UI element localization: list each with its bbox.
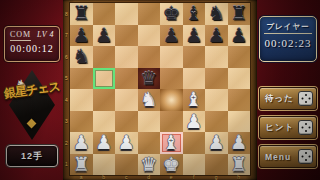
piece-white-rook[interactable]: ♜ [230,154,247,175]
square-e7[interactable]: ♟ [160,25,183,47]
piece-white-pawn[interactable]: ♟ [230,132,247,153]
piece-white-pawn[interactable]: ♟ [208,132,225,153]
square-b2[interactable]: ♟ [93,132,116,154]
square-a7[interactable]: ♟ [70,25,93,47]
square-c3[interactable] [115,111,138,133]
chess-game-screen: COM LV 4 00:00:12 ♞ 銀星チェス 12手 87654321 ♜… [0,0,320,180]
square-c1[interactable] [115,154,138,176]
piece-black-rook[interactable]: ♜ [230,3,247,24]
move-count-box: 12手 [6,145,58,167]
square-b6[interactable] [93,46,116,68]
controller-dots-icon [298,120,313,135]
square-f1[interactable] [183,154,206,176]
piece-black-king[interactable]: ♚ [163,3,180,24]
player-panel: プレイヤー 00:02:23 待ったヒントMenu [257,0,320,180]
controller-dots-icon [298,149,313,164]
piece-black-pawn[interactable]: ♟ [230,25,247,46]
piece-white-pawn[interactable]: ♟ [185,111,202,132]
square-d4[interactable]: ♞ [138,89,161,111]
piece-black-bishop[interactable]: ♝ [185,3,202,24]
square-g8[interactable]: ♞ [205,3,228,25]
square-b7[interactable]: ♟ [93,25,116,47]
square-e5[interactable] [160,68,183,90]
square-c2[interactable]: ♟ [115,132,138,154]
square-e3[interactable] [160,111,183,133]
square-b1[interactable] [93,154,116,176]
square-h5[interactable] [228,68,251,90]
square-f6[interactable] [183,46,206,68]
piece-white-pawn[interactable]: ♟ [95,132,112,153]
square-e8[interactable]: ♚ [160,3,183,25]
square-h7[interactable]: ♟ [228,25,251,47]
square-c4[interactable] [115,89,138,111]
square-b8[interactable] [93,3,116,25]
player-label: プレイヤー [264,22,311,34]
square-g7[interactable]: ♟ [205,25,228,47]
piece-black-pawn[interactable]: ♟ [185,25,202,46]
square-g4[interactable] [205,89,228,111]
square-f4[interactable]: ♝ [183,89,206,111]
square-a1[interactable]: ♜ [70,154,93,176]
file-labels: abcdefgh [70,175,250,180]
square-d8[interactable] [138,3,161,25]
square-g1[interactable] [205,154,228,176]
com-timer: 00:00:12 [5,43,59,54]
file-label-h: h [228,175,251,180]
square-a6[interactable]: ♞ [70,46,93,68]
piece-white-rook[interactable]: ♜ [73,154,90,175]
square-d2[interactable] [138,132,161,154]
file-label-a: a [70,175,93,180]
square-e1[interactable]: ♚ [160,154,183,176]
square-d1[interactable]: ♛ [138,154,161,176]
square-a2[interactable]: ♟ [70,132,93,154]
file-label-e: e [160,175,183,180]
file-label-f: f [183,175,206,180]
file-label-g: g [205,175,228,180]
square-h3[interactable] [228,111,251,133]
square-h4[interactable] [228,89,251,111]
square-e6[interactable] [160,46,183,68]
piece-white-pawn[interactable]: ♟ [73,132,90,153]
rank-label-7: 7 [63,25,70,47]
square-c7[interactable] [115,25,138,47]
square-b3[interactable] [93,111,116,133]
square-c5[interactable] [115,68,138,90]
square-h6[interactable] [228,46,251,68]
square-g3[interactable] [205,111,228,133]
piece-black-knight[interactable]: ♞ [208,3,225,24]
square-d5[interactable]: ♛ [138,68,161,90]
square-f5[interactable] [183,68,206,90]
square-d7[interactable] [138,25,161,47]
square-f3[interactable]: ♟ [183,111,206,133]
square-h2[interactable]: ♟ [228,132,251,154]
piece-black-queen[interactable]: ♛ [140,68,157,89]
piece-white-bishop[interactable]: ♝ [163,132,180,153]
player-timer: 00:02:23 [260,37,316,49]
square-f7[interactable]: ♟ [183,25,206,47]
com-header: COM LV 4 [5,27,59,41]
hint-button-label: ヒント [265,122,294,134]
rank-label-1: 1 [63,154,70,176]
com-panel: COM LV 4 00:00:12 ♞ 銀星チェス 12手 [0,0,63,180]
piece-black-pawn[interactable]: ♟ [163,25,180,46]
action-buttons: 待ったヒントMenu [259,87,317,174]
piece-black-knight[interactable]: ♞ [73,46,90,67]
square-b4[interactable] [93,89,116,111]
square-g2[interactable]: ♟ [205,132,228,154]
square-f2[interactable] [183,132,206,154]
square-e4[interactable] [160,89,183,111]
file-label-c: c [115,175,138,180]
square-g5[interactable] [205,68,228,90]
move-count-label: 12手 [21,150,43,163]
com-level-label: LV 4 [37,30,54,39]
rank-label-2: 2 [63,132,70,154]
square-a5[interactable] [70,68,93,90]
piece-black-pawn[interactable]: ♟ [95,25,112,46]
piece-white-pawn[interactable]: ♟ [118,132,135,153]
piece-white-king[interactable]: ♚ [163,154,180,175]
square-a8[interactable]: ♜ [70,3,93,25]
square-a4[interactable] [70,89,93,111]
square-d6[interactable] [138,46,161,68]
player-info-box: プレイヤー 00:02:23 [259,16,317,62]
file-label-d: d [138,175,161,180]
com-info-box: COM LV 4 00:00:12 [4,26,60,62]
menu-button-label: Menu [265,152,291,162]
piece-black-pawn[interactable]: ♟ [73,25,90,46]
square-h1[interactable]: ♜ [228,154,251,176]
rank-label-3: 3 [63,111,70,133]
square-e2[interactable]: ♝ [160,132,183,154]
square-c8[interactable] [115,3,138,25]
piece-black-pawn[interactable]: ♟ [208,25,225,46]
square-g6[interactable] [205,46,228,68]
board-grid: ♜♚♝♞♜♟♟♟♟♟♟♞♛♞♝♟♟♟♟♝♟♟♜♛♚♜ [70,3,250,175]
piece-white-queen[interactable]: ♛ [140,154,157,175]
square-d3[interactable] [138,111,161,133]
square-h8[interactable]: ♜ [228,3,251,25]
square-f8[interactable]: ♝ [183,3,206,25]
undo-button[interactable]: 待った [259,87,317,110]
game-logo: ♞ 銀星チェス [0,68,63,146]
hint-button[interactable]: ヒント [259,116,317,139]
square-c6[interactable] [115,46,138,68]
menu-button[interactable]: Menu [259,145,317,168]
controller-dots-icon [298,91,313,106]
square-a3[interactable] [70,111,93,133]
rank-label-8: 8 [63,3,70,25]
rank-label-6: 6 [63,46,70,68]
piece-white-knight[interactable]: ♞ [140,89,157,110]
piece-white-bishop[interactable]: ♝ [185,89,202,110]
file-label-b: b [93,175,116,180]
chess-board: 87654321 ♜♚♝♞♜♟♟♟♟♟♟♞♛♞♝♟♟♟♟♝♟♟♜♛♚♜ abcd… [63,0,257,180]
undo-button-label: 待った [265,93,294,105]
com-label: COM [10,30,31,41]
piece-black-rook[interactable]: ♜ [73,3,90,24]
rank-label-5: 5 [63,68,70,90]
square-b5[interactable] [93,68,116,90]
